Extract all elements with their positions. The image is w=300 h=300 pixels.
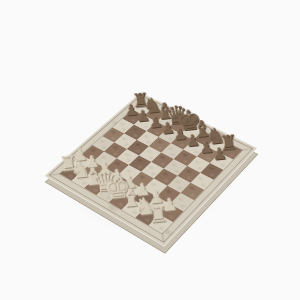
board-tilt-wrapper: ♜♞♝♛♚♝♞♜♟♟♟♟♟♟♟♟♟♟♟♟♟♟♟♟♜♞♝♛♚♝♞♜ [0,0,300,300]
piece-black-pawn[interactable]: ♟ [202,117,235,164]
piece-white-rook[interactable]: ♜ [140,176,175,226]
photo-backdrop: ♜♞♝♛♚♝♞♜♟♟♟♟♟♟♟♟♟♟♟♟♟♟♟♟♜♞♝♛♚♝♞♜ [0,0,300,300]
board-grid: ♜♞♝♛♚♝♞♜♟♟♟♟♟♟♟♟♟♟♟♟♟♟♟♟♜♞♝♛♚♝♞♜ [58,101,243,235]
chess-board: ♜♞♝♛♚♝♞♜♟♟♟♟♟♟♟♟♟♟♟♟♟♟♟♟♜♞♝♛♚♝♞♜ [44,92,257,246]
frame-miter-joint [239,148,252,150]
